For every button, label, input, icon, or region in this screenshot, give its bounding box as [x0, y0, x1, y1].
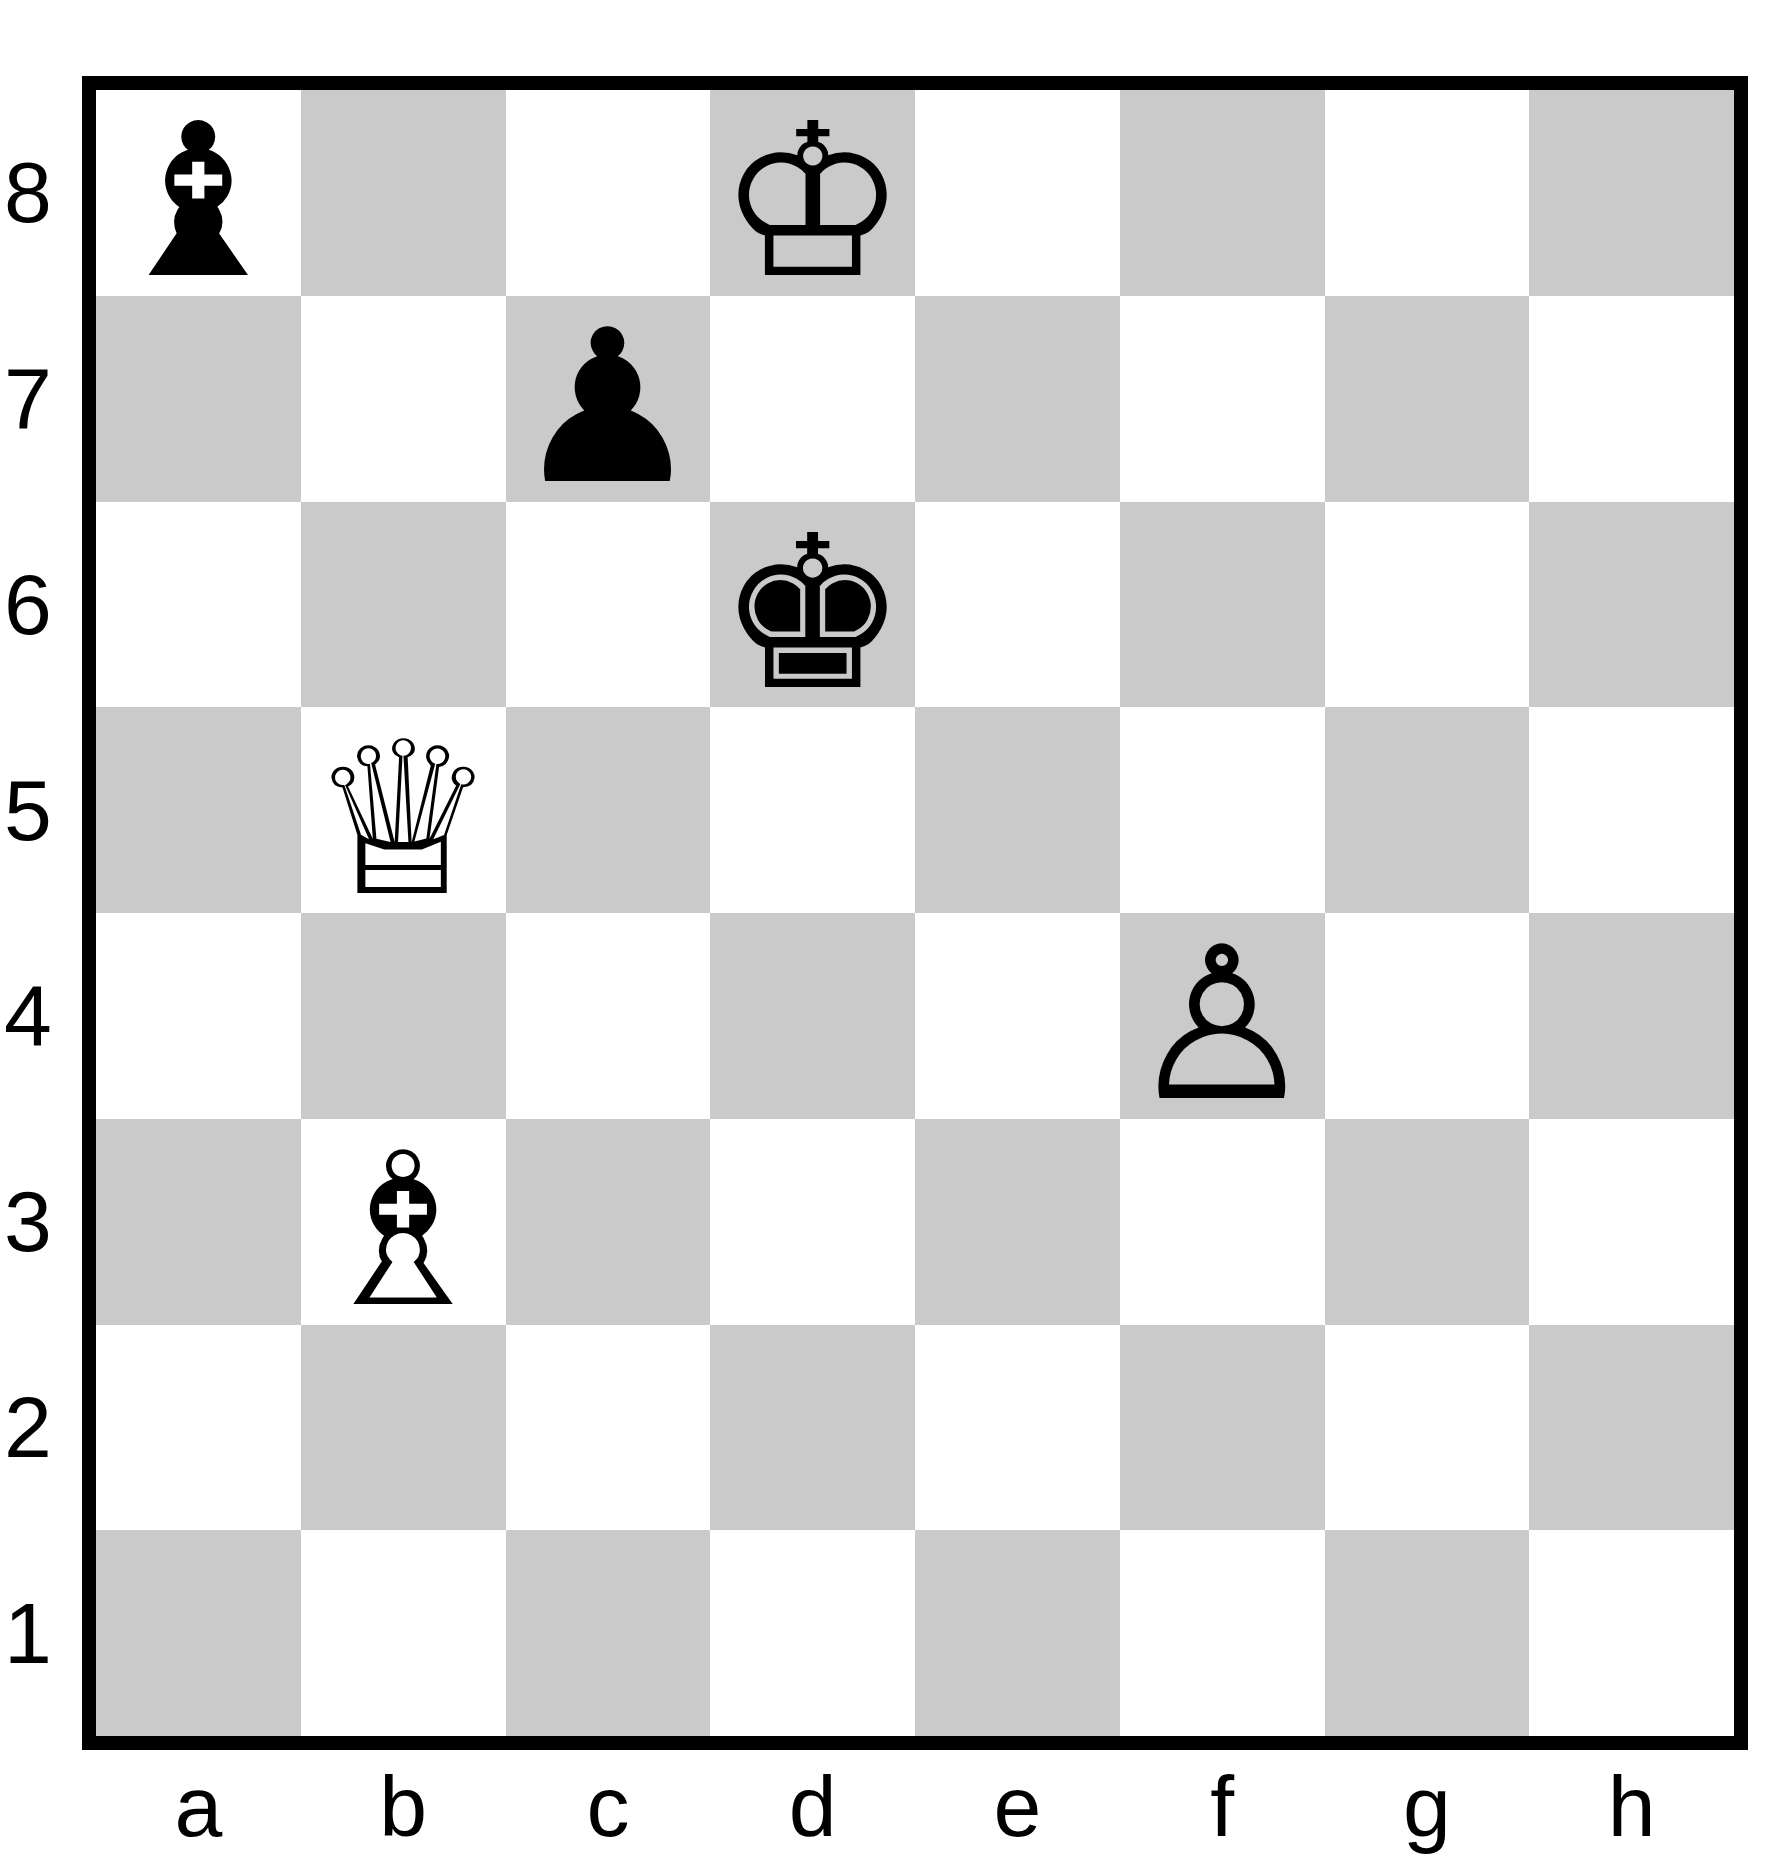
chess-diagram: 87654321 ♝♔♟♚♕♙♗ abcdefgh: [0, 0, 1770, 1857]
square-e6[interactable]: [915, 502, 1120, 708]
square-c8[interactable]: [506, 90, 711, 296]
square-f1[interactable]: [1120, 1530, 1325, 1736]
square-d6[interactable]: ♚: [710, 502, 915, 708]
square-g8[interactable]: [1325, 90, 1530, 296]
square-e1[interactable]: [915, 1530, 1120, 1736]
square-e3[interactable]: [915, 1119, 1120, 1325]
square-g3[interactable]: [1325, 1119, 1530, 1325]
square-d8[interactable]: ♔: [710, 90, 915, 296]
square-a7[interactable]: [96, 296, 301, 502]
square-e2[interactable]: [915, 1325, 1120, 1531]
square-h8[interactable]: [1529, 90, 1734, 296]
square-f8[interactable]: [1120, 90, 1325, 296]
square-b6[interactable]: [301, 502, 506, 708]
file-label-d: d: [710, 1762, 915, 1857]
black-king-piece: ♚: [718, 508, 908, 707]
square-b4[interactable]: [301, 913, 506, 1119]
rank-label-4: 4: [0, 913, 80, 1119]
square-c7[interactable]: ♟: [506, 296, 711, 502]
square-f7[interactable]: [1120, 296, 1325, 502]
rank-label-5: 5: [0, 707, 80, 913]
square-d3[interactable]: [710, 1119, 915, 1325]
square-e5[interactable]: [915, 707, 1120, 913]
square-a8[interactable]: ♝: [96, 90, 301, 296]
black-pawn-piece: ♟: [513, 302, 703, 501]
rank-labels: 87654321: [0, 90, 80, 1736]
square-d5[interactable]: [710, 707, 915, 913]
square-g1[interactable]: [1325, 1530, 1530, 1736]
square-f6[interactable]: [1120, 502, 1325, 708]
square-c4[interactable]: [506, 913, 711, 1119]
rank-label-3: 3: [0, 1119, 80, 1325]
square-c5[interactable]: [506, 707, 711, 913]
square-h6[interactable]: [1529, 502, 1734, 708]
square-a6[interactable]: [96, 502, 301, 708]
square-a3[interactable]: [96, 1119, 301, 1325]
white-bishop-piece: ♗: [308, 1125, 498, 1324]
square-f4[interactable]: ♙: [1120, 913, 1325, 1119]
file-labels: abcdefgh: [96, 1762, 1734, 1857]
square-h2[interactable]: [1529, 1325, 1734, 1531]
rank-label-2: 2: [0, 1325, 80, 1531]
square-f3[interactable]: [1120, 1119, 1325, 1325]
file-label-f: f: [1120, 1762, 1325, 1857]
square-b5[interactable]: ♕: [301, 707, 506, 913]
square-g7[interactable]: [1325, 296, 1530, 502]
file-label-g: g: [1325, 1762, 1530, 1857]
square-c2[interactable]: [506, 1325, 711, 1531]
square-d7[interactable]: [710, 296, 915, 502]
square-e7[interactable]: [915, 296, 1120, 502]
square-g6[interactable]: [1325, 502, 1530, 708]
white-queen-piece: ♕: [308, 714, 498, 913]
chess-board: ♝♔♟♚♕♙♗: [82, 76, 1748, 1750]
square-d4[interactable]: [710, 913, 915, 1119]
square-a2[interactable]: [96, 1325, 301, 1531]
rank-label-6: 6: [0, 502, 80, 708]
file-label-c: c: [506, 1762, 711, 1857]
square-b8[interactable]: [301, 90, 506, 296]
square-h7[interactable]: [1529, 296, 1734, 502]
file-label-e: e: [915, 1762, 1120, 1857]
square-d1[interactable]: [710, 1530, 915, 1736]
square-c1[interactable]: [506, 1530, 711, 1736]
square-e8[interactable]: [915, 90, 1120, 296]
square-d2[interactable]: [710, 1325, 915, 1531]
black-bishop-piece: ♝: [103, 96, 293, 295]
square-f5[interactable]: [1120, 707, 1325, 913]
white-king-piece: ♔: [718, 96, 908, 295]
square-c6[interactable]: [506, 502, 711, 708]
square-a5[interactable]: [96, 707, 301, 913]
square-b3[interactable]: ♗: [301, 1119, 506, 1325]
square-e4[interactable]: [915, 913, 1120, 1119]
square-g5[interactable]: [1325, 707, 1530, 913]
square-h3[interactable]: [1529, 1119, 1734, 1325]
square-h1[interactable]: [1529, 1530, 1734, 1736]
square-a1[interactable]: [96, 1530, 301, 1736]
rank-label-8: 8: [0, 90, 80, 296]
square-b2[interactable]: [301, 1325, 506, 1531]
square-g4[interactable]: [1325, 913, 1530, 1119]
square-f2[interactable]: [1120, 1325, 1325, 1531]
square-h4[interactable]: [1529, 913, 1734, 1119]
square-b7[interactable]: [301, 296, 506, 502]
rank-label-1: 1: [0, 1530, 80, 1736]
square-g2[interactable]: [1325, 1325, 1530, 1531]
square-h5[interactable]: [1529, 707, 1734, 913]
file-label-h: h: [1529, 1762, 1734, 1857]
square-c3[interactable]: [506, 1119, 711, 1325]
square-b1[interactable]: [301, 1530, 506, 1736]
file-label-b: b: [301, 1762, 506, 1857]
white-pawn-piece: ♙: [1127, 919, 1317, 1118]
square-a4[interactable]: [96, 913, 301, 1119]
rank-label-7: 7: [0, 296, 80, 502]
file-label-a: a: [96, 1762, 301, 1857]
